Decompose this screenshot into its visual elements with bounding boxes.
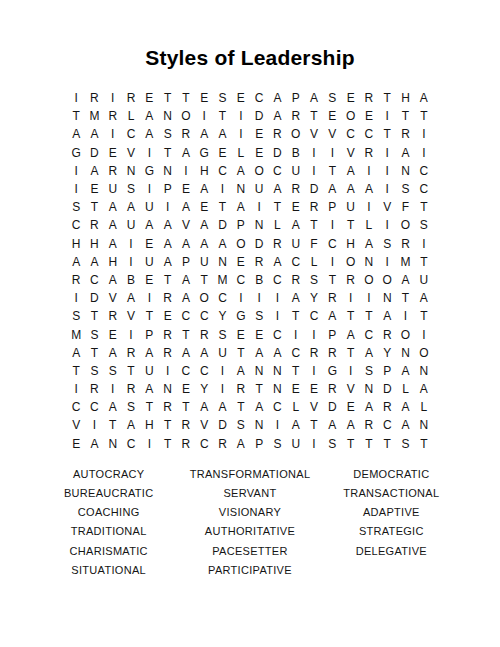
grid-cell-r11c2[interactable]: C	[85, 271, 103, 289]
grid-cell-r17c9[interactable]: I	[213, 380, 231, 398]
grid-cell-r13c13[interactable]: T	[287, 307, 305, 325]
grid-cell-r18c6[interactable]: R	[158, 398, 176, 416]
grid-cell-r13c8[interactable]: C	[195, 307, 213, 325]
grid-cell-r7c14[interactable]: R	[305, 198, 323, 216]
grid-cell-r13c20[interactable]: T	[415, 307, 433, 325]
grid-cell-r8c9[interactable]: D	[213, 216, 231, 234]
grid-cell-r15c20[interactable]: O	[415, 344, 433, 362]
grid-cell-r11c10[interactable]: C	[232, 271, 250, 289]
grid-cell-r11c4[interactable]: B	[122, 271, 140, 289]
grid-cell-r2c20[interactable]: T	[415, 107, 433, 125]
grid-cell-r10c12[interactable]: A	[268, 253, 286, 271]
grid-cell-r12c16[interactable]: I	[341, 289, 359, 307]
grid-cell-r19c5[interactable]: H	[140, 416, 158, 434]
grid-cell-r9c1[interactable]: H	[67, 235, 85, 253]
grid-cell-r8c20[interactable]: S	[415, 216, 433, 234]
grid-cell-r19c17[interactable]: R	[360, 416, 378, 434]
grid-cell-r14c1[interactable]: M	[67, 325, 85, 343]
grid-cell-r19c3[interactable]: T	[104, 416, 122, 434]
grid-cell-r16c6[interactable]: I	[158, 362, 176, 380]
grid-cell-r4c14[interactable]: I	[305, 144, 323, 162]
grid-cell-r16c9[interactable]: I	[213, 362, 231, 380]
grid-cell-r18c17[interactable]: A	[360, 398, 378, 416]
grid-cell-r5c13[interactable]: U	[287, 162, 305, 180]
grid-cell-r16c5[interactable]: U	[140, 362, 158, 380]
grid-cell-r8c7[interactable]: V	[177, 216, 195, 234]
grid-cell-r13c14[interactable]: C	[305, 307, 323, 325]
grid-cell-r14c15[interactable]: P	[323, 325, 341, 343]
grid-cell-r3c6[interactable]: S	[158, 125, 176, 143]
grid-cell-r3c14[interactable]: V	[305, 125, 323, 143]
grid-cell-r4c2[interactable]: D	[85, 144, 103, 162]
grid-cell-r6c2[interactable]: E	[85, 180, 103, 198]
grid-cell-r15c6[interactable]: R	[158, 344, 176, 362]
grid-cell-r4c17[interactable]: R	[360, 144, 378, 162]
grid-cell-r7c15[interactable]: P	[323, 198, 341, 216]
grid-cell-r5c14[interactable]: I	[305, 162, 323, 180]
grid-cell-r13c11[interactable]: S	[250, 307, 268, 325]
grid-cell-r18c8[interactable]: A	[195, 398, 213, 416]
grid-cell-r3c18[interactable]: T	[378, 125, 396, 143]
grid-cell-r14c3[interactable]: E	[104, 325, 122, 343]
grid-cell-r10c3[interactable]: H	[104, 253, 122, 271]
grid-cell-r15c19[interactable]: N	[396, 344, 414, 362]
grid-cell-r5c8[interactable]: H	[195, 162, 213, 180]
grid-cell-r12c2[interactable]: D	[85, 289, 103, 307]
grid-cell-r17c18[interactable]: D	[378, 380, 396, 398]
grid-cell-r6c7[interactable]: E	[177, 180, 195, 198]
grid-cell-r13c2[interactable]: T	[85, 307, 103, 325]
grid-cell-r16c19[interactable]: A	[396, 362, 414, 380]
grid-cell-r6c9[interactable]: I	[213, 180, 231, 198]
grid-cell-r9c9[interactable]: A	[213, 235, 231, 253]
grid-cell-r2c16[interactable]: O	[341, 107, 359, 125]
grid-cell-r18c11[interactable]: A	[250, 398, 268, 416]
grid-cell-r3c17[interactable]: C	[360, 125, 378, 143]
grid-cell-r13c1[interactable]: S	[67, 307, 85, 325]
grid-cell-r14c16[interactable]: A	[341, 325, 359, 343]
grid-cell-r8c5[interactable]: A	[140, 216, 158, 234]
grid-cell-r16c8[interactable]: C	[195, 362, 213, 380]
grid-cell-r10c17[interactable]: N	[360, 253, 378, 271]
grid-cell-r7c2[interactable]: T	[85, 198, 103, 216]
grid-cell-r7c1[interactable]: S	[67, 198, 85, 216]
grid-cell-r16c1[interactable]: T	[67, 362, 85, 380]
grid-cell-r4c4[interactable]: V	[122, 144, 140, 162]
grid-cell-r14c18[interactable]: R	[378, 325, 396, 343]
grid-cell-r5c11[interactable]: O	[250, 162, 268, 180]
grid-cell-r15c15[interactable]: R	[323, 344, 341, 362]
grid-cell-r14c7[interactable]: T	[177, 325, 195, 343]
grid-cell-r3c13[interactable]: O	[287, 125, 305, 143]
grid-cell-r20c13[interactable]: U	[287, 435, 305, 453]
grid-cell-r1c7[interactable]: T	[177, 89, 195, 107]
grid-cell-r11c8[interactable]: T	[195, 271, 213, 289]
grid-cell-r8c15[interactable]: I	[323, 216, 341, 234]
grid-cell-r10c7[interactable]: P	[177, 253, 195, 271]
grid-cell-r13c10[interactable]: G	[232, 307, 250, 325]
grid-cell-r10c10[interactable]: E	[232, 253, 250, 271]
grid-cell-r11c14[interactable]: S	[305, 271, 323, 289]
grid-cell-r16c17[interactable]: S	[360, 362, 378, 380]
grid-cell-r1c12[interactable]: A	[268, 89, 286, 107]
grid-cell-r12c17[interactable]: I	[360, 289, 378, 307]
grid-cell-r20c4[interactable]: C	[122, 435, 140, 453]
grid-cell-r18c3[interactable]: A	[104, 398, 122, 416]
grid-cell-r11c5[interactable]: E	[140, 271, 158, 289]
grid-cell-r14c2[interactable]: S	[85, 325, 103, 343]
grid-cell-r12c20[interactable]: A	[415, 289, 433, 307]
grid-cell-r2c12[interactable]: A	[268, 107, 286, 125]
grid-cell-r17c2[interactable]: R	[85, 380, 103, 398]
grid-cell-r6c10[interactable]: N	[232, 180, 250, 198]
grid-cell-r16c10[interactable]: A	[232, 362, 250, 380]
grid-cell-r4c15[interactable]: I	[323, 144, 341, 162]
grid-cell-r4c5[interactable]: I	[140, 144, 158, 162]
grid-cell-r13c12[interactable]: I	[268, 307, 286, 325]
grid-cell-r4c11[interactable]: E	[250, 144, 268, 162]
grid-cell-r9c3[interactable]: A	[104, 235, 122, 253]
grid-cell-r14c13[interactable]: I	[287, 325, 305, 343]
grid-cell-r12c4[interactable]: A	[122, 289, 140, 307]
grid-cell-r15c11[interactable]: A	[250, 344, 268, 362]
grid-cell-r15c10[interactable]: T	[232, 344, 250, 362]
grid-cell-r19c8[interactable]: V	[195, 416, 213, 434]
grid-cell-r9c11[interactable]: D	[250, 235, 268, 253]
grid-cell-r7c5[interactable]: U	[140, 198, 158, 216]
grid-cell-r2c5[interactable]: A	[140, 107, 158, 125]
grid-cell-r12c11[interactable]: I	[250, 289, 268, 307]
grid-cell-r8c16[interactable]: T	[341, 216, 359, 234]
grid-cell-r18c9[interactable]: A	[213, 398, 231, 416]
grid-cell-r12c3[interactable]: V	[104, 289, 122, 307]
grid-cell-r11c18[interactable]: O	[378, 271, 396, 289]
grid-cell-r20c16[interactable]: T	[341, 435, 359, 453]
grid-cell-r19c1[interactable]: V	[67, 416, 85, 434]
grid-cell-r10c14[interactable]: L	[305, 253, 323, 271]
grid-cell-r11c7[interactable]: A	[177, 271, 195, 289]
grid-cell-r13c7[interactable]: C	[177, 307, 195, 325]
grid-cell-r11c20[interactable]: U	[415, 271, 433, 289]
grid-cell-r13c5[interactable]: T	[140, 307, 158, 325]
grid-cell-r2c1[interactable]: T	[67, 107, 85, 125]
grid-cell-r11c15[interactable]: T	[323, 271, 341, 289]
grid-cell-r1c4[interactable]: R	[122, 89, 140, 107]
grid-cell-r19c12[interactable]: I	[268, 416, 286, 434]
grid-cell-r19c6[interactable]: T	[158, 416, 176, 434]
grid-cell-r4c12[interactable]: D	[268, 144, 286, 162]
grid-cell-r6c11[interactable]: U	[250, 180, 268, 198]
grid-cell-r13c16[interactable]: T	[341, 307, 359, 325]
grid-cell-r1c3[interactable]: I	[104, 89, 122, 107]
grid-cell-r18c4[interactable]: S	[122, 398, 140, 416]
grid-cell-r20c12[interactable]: S	[268, 435, 286, 453]
grid-cell-r11c12[interactable]: C	[268, 271, 286, 289]
grid-cell-r15c9[interactable]: U	[213, 344, 231, 362]
grid-cell-r13c9[interactable]: Y	[213, 307, 231, 325]
grid-cell-r7c10[interactable]: A	[232, 198, 250, 216]
grid-cell-r17c4[interactable]: R	[122, 380, 140, 398]
grid-cell-r8c8[interactable]: A	[195, 216, 213, 234]
grid-cell-r18c15[interactable]: D	[323, 398, 341, 416]
grid-cell-r17c20[interactable]: A	[415, 380, 433, 398]
grid-cell-r10c20[interactable]: T	[415, 253, 433, 271]
grid-cell-r19c11[interactable]: N	[250, 416, 268, 434]
grid-cell-r6c14[interactable]: D	[305, 180, 323, 198]
grid-cell-r14c12[interactable]: C	[268, 325, 286, 343]
grid-cell-r3c20[interactable]: I	[415, 125, 433, 143]
grid-cell-r6c18[interactable]: I	[378, 180, 396, 198]
grid-cell-r9c4[interactable]: I	[122, 235, 140, 253]
grid-cell-r1c1[interactable]: I	[67, 89, 85, 107]
grid-cell-r2c9[interactable]: T	[213, 107, 231, 125]
grid-cell-r12c12[interactable]: I	[268, 289, 286, 307]
grid-cell-r9c5[interactable]: E	[140, 235, 158, 253]
grid-cell-r14c19[interactable]: O	[396, 325, 414, 343]
grid-cell-r7c18[interactable]: V	[378, 198, 396, 216]
grid-cell-r7c4[interactable]: A	[122, 198, 140, 216]
grid-cell-r18c13[interactable]: L	[287, 398, 305, 416]
grid-cell-r3c1[interactable]: A	[67, 125, 85, 143]
grid-cell-r12c1[interactable]: I	[67, 289, 85, 307]
grid-cell-r16c3[interactable]: S	[104, 362, 122, 380]
grid-cell-r3c7[interactable]: R	[177, 125, 195, 143]
grid-cell-r2c11[interactable]: D	[250, 107, 268, 125]
grid-cell-r8c3[interactable]: A	[104, 216, 122, 234]
grid-cell-r16c15[interactable]: G	[323, 362, 341, 380]
grid-cell-r6c4[interactable]: S	[122, 180, 140, 198]
grid-cell-r1c2[interactable]: R	[85, 89, 103, 107]
grid-cell-r17c3[interactable]: I	[104, 380, 122, 398]
grid-cell-r12c15[interactable]: R	[323, 289, 341, 307]
grid-cell-r7c6[interactable]: I	[158, 198, 176, 216]
grid-cell-r3c3[interactable]: I	[104, 125, 122, 143]
grid-cell-r13c6[interactable]: E	[158, 307, 176, 325]
grid-cell-r6c12[interactable]: A	[268, 180, 286, 198]
grid-cell-r15c4[interactable]: R	[122, 344, 140, 362]
grid-cell-r7c8[interactable]: E	[195, 198, 213, 216]
grid-cell-r13c15[interactable]: A	[323, 307, 341, 325]
grid-cell-r9c15[interactable]: C	[323, 235, 341, 253]
grid-cell-r18c20[interactable]: L	[415, 398, 433, 416]
grid-cell-r18c18[interactable]: R	[378, 398, 396, 416]
grid-cell-r1c11[interactable]: C	[250, 89, 268, 107]
grid-cell-r20c8[interactable]: C	[195, 435, 213, 453]
grid-cell-r19c18[interactable]: C	[378, 416, 396, 434]
grid-cell-r19c15[interactable]: A	[323, 416, 341, 434]
grid-cell-r13c17[interactable]: T	[360, 307, 378, 325]
grid-cell-r11c9[interactable]: M	[213, 271, 231, 289]
grid-cell-r8c4[interactable]: U	[122, 216, 140, 234]
grid-cell-r15c7[interactable]: A	[177, 344, 195, 362]
grid-cell-r6c15[interactable]: A	[323, 180, 341, 198]
grid-cell-r1c5[interactable]: E	[140, 89, 158, 107]
grid-cell-r16c2[interactable]: S	[85, 362, 103, 380]
grid-cell-r2c10[interactable]: I	[232, 107, 250, 125]
grid-cell-r16c11[interactable]: N	[250, 362, 268, 380]
grid-cell-r20c9[interactable]: R	[213, 435, 231, 453]
grid-cell-r12c9[interactable]: C	[213, 289, 231, 307]
grid-cell-r5c20[interactable]: C	[415, 162, 433, 180]
grid-cell-r1c17[interactable]: R	[360, 89, 378, 107]
grid-cell-r5c10[interactable]: A	[232, 162, 250, 180]
grid-cell-r13c3[interactable]: R	[104, 307, 122, 325]
grid-cell-r2c7[interactable]: O	[177, 107, 195, 125]
grid-cell-r18c7[interactable]: T	[177, 398, 195, 416]
grid-cell-r18c5[interactable]: T	[140, 398, 158, 416]
grid-cell-r7c3[interactable]: A	[104, 198, 122, 216]
grid-cell-r15c8[interactable]: A	[195, 344, 213, 362]
grid-cell-r9c7[interactable]: A	[177, 235, 195, 253]
grid-cell-r15c12[interactable]: A	[268, 344, 286, 362]
grid-cell-r19c20[interactable]: N	[415, 416, 433, 434]
grid-cell-r1c15[interactable]: S	[323, 89, 341, 107]
grid-cell-r20c14[interactable]: I	[305, 435, 323, 453]
grid-cell-r2c6[interactable]: N	[158, 107, 176, 125]
grid-cell-r5c18[interactable]: I	[378, 162, 396, 180]
grid-cell-r15c18[interactable]: Y	[378, 344, 396, 362]
grid-cell-r12c10[interactable]: I	[232, 289, 250, 307]
grid-cell-r9c18[interactable]: S	[378, 235, 396, 253]
grid-cell-r16c20[interactable]: N	[415, 362, 433, 380]
grid-cell-r17c6[interactable]: N	[158, 380, 176, 398]
grid-cell-r10c19[interactable]: M	[396, 253, 414, 271]
grid-cell-r5c1[interactable]: I	[67, 162, 85, 180]
grid-cell-r5c3[interactable]: R	[104, 162, 122, 180]
grid-cell-r4c20[interactable]: I	[415, 144, 433, 162]
grid-cell-r6c6[interactable]: P	[158, 180, 176, 198]
grid-cell-r10c1[interactable]: A	[67, 253, 85, 271]
grid-cell-r15c13[interactable]: C	[287, 344, 305, 362]
grid-cell-r18c16[interactable]: E	[341, 398, 359, 416]
grid-cell-r14c5[interactable]: P	[140, 325, 158, 343]
grid-cell-r5c6[interactable]: N	[158, 162, 176, 180]
grid-cell-r8c12[interactable]: L	[268, 216, 286, 234]
grid-cell-r20c19[interactable]: S	[396, 435, 414, 453]
grid-cell-r16c12[interactable]: N	[268, 362, 286, 380]
grid-cell-r13c4[interactable]: V	[122, 307, 140, 325]
grid-cell-r8c2[interactable]: R	[85, 216, 103, 234]
grid-cell-r20c3[interactable]: N	[104, 435, 122, 453]
grid-cell-r7c17[interactable]: I	[360, 198, 378, 216]
grid-cell-r3c2[interactable]: A	[85, 125, 103, 143]
grid-cell-r16c14[interactable]: I	[305, 362, 323, 380]
grid-cell-r6c16[interactable]: A	[341, 180, 359, 198]
grid-cell-r9c14[interactable]: F	[305, 235, 323, 253]
grid-cell-r17c10[interactable]: R	[232, 380, 250, 398]
grid-cell-r9c12[interactable]: R	[268, 235, 286, 253]
grid-cell-r9c17[interactable]: A	[360, 235, 378, 253]
grid-cell-r20c2[interactable]: A	[85, 435, 103, 453]
grid-cell-r13c18[interactable]: A	[378, 307, 396, 325]
grid-cell-r6c5[interactable]: I	[140, 180, 158, 198]
grid-cell-r2c14[interactable]: T	[305, 107, 323, 125]
grid-cell-r9c20[interactable]: I	[415, 235, 433, 253]
grid-cell-r14c17[interactable]: C	[360, 325, 378, 343]
grid-cell-r4c18[interactable]: I	[378, 144, 396, 162]
grid-cell-r1c10[interactable]: E	[232, 89, 250, 107]
grid-cell-r15c17[interactable]: A	[360, 344, 378, 362]
grid-cell-r11c17[interactable]: O	[360, 271, 378, 289]
grid-cell-r6c8[interactable]: A	[195, 180, 213, 198]
grid-cell-r16c7[interactable]: C	[177, 362, 195, 380]
grid-cell-r3c11[interactable]: E	[250, 125, 268, 143]
grid-cell-r16c16[interactable]: I	[341, 362, 359, 380]
grid-cell-r14c11[interactable]: E	[250, 325, 268, 343]
grid-cell-r7c16[interactable]: U	[341, 198, 359, 216]
grid-cell-r10c15[interactable]: I	[323, 253, 341, 271]
grid-cell-r8c1[interactable]: C	[67, 216, 85, 234]
grid-cell-r2c19[interactable]: T	[396, 107, 414, 125]
grid-cell-r15c14[interactable]: R	[305, 344, 323, 362]
grid-cell-r17c17[interactable]: N	[360, 380, 378, 398]
grid-cell-r8c19[interactable]: O	[396, 216, 414, 234]
grid-cell-r20c18[interactable]: T	[378, 435, 396, 453]
grid-cell-r2c13[interactable]: R	[287, 107, 305, 125]
grid-cell-r8c18[interactable]: I	[378, 216, 396, 234]
grid-cell-r15c5[interactable]: A	[140, 344, 158, 362]
grid-cell-r3c4[interactable]: C	[122, 125, 140, 143]
grid-cell-r5c15[interactable]: T	[323, 162, 341, 180]
grid-cell-r12c19[interactable]: T	[396, 289, 414, 307]
grid-cell-r1c13[interactable]: P	[287, 89, 305, 107]
grid-cell-r10c5[interactable]: U	[140, 253, 158, 271]
grid-cell-r17c7[interactable]: E	[177, 380, 195, 398]
grid-cell-r5c19[interactable]: N	[396, 162, 414, 180]
grid-cell-r19c2[interactable]: I	[85, 416, 103, 434]
grid-cell-r20c17[interactable]: T	[360, 435, 378, 453]
grid-cell-r20c7[interactable]: R	[177, 435, 195, 453]
grid-cell-r1c18[interactable]: T	[378, 89, 396, 107]
grid-cell-r11c19[interactable]: A	[396, 271, 414, 289]
grid-cell-r12c8[interactable]: O	[195, 289, 213, 307]
grid-cell-r4c9[interactable]: E	[213, 144, 231, 162]
grid-cell-r17c8[interactable]: Y	[195, 380, 213, 398]
grid-cell-r18c2[interactable]: C	[85, 398, 103, 416]
grid-cell-r6c1[interactable]: I	[67, 180, 85, 198]
grid-cell-r2c15[interactable]: E	[323, 107, 341, 125]
grid-cell-r4c19[interactable]: A	[396, 144, 414, 162]
grid-cell-r8c10[interactable]: P	[232, 216, 250, 234]
grid-cell-r5c4[interactable]: N	[122, 162, 140, 180]
grid-cell-r20c6[interactable]: T	[158, 435, 176, 453]
grid-cell-r19c19[interactable]: A	[396, 416, 414, 434]
grid-cell-r14c14[interactable]: I	[305, 325, 323, 343]
grid-cell-r19c4[interactable]: A	[122, 416, 140, 434]
grid-cell-r16c4[interactable]: T	[122, 362, 140, 380]
grid-cell-r14c20[interactable]: I	[415, 325, 433, 343]
grid-cell-r9c2[interactable]: H	[85, 235, 103, 253]
grid-cell-r14c10[interactable]: E	[232, 325, 250, 343]
grid-cell-r1c9[interactable]: S	[213, 89, 231, 107]
grid-cell-r8c13[interactable]: A	[287, 216, 305, 234]
grid-cell-r4c8[interactable]: G	[195, 144, 213, 162]
grid-cell-r1c19[interactable]: H	[396, 89, 414, 107]
grid-cell-r5c7[interactable]: I	[177, 162, 195, 180]
grid-cell-r10c16[interactable]: O	[341, 253, 359, 271]
grid-cell-r12c6[interactable]: R	[158, 289, 176, 307]
grid-cell-r14c4[interactable]: I	[122, 325, 140, 343]
grid-cell-r1c14[interactable]: A	[305, 89, 323, 107]
grid-cell-r11c3[interactable]: A	[104, 271, 122, 289]
grid-cell-r18c14[interactable]: V	[305, 398, 323, 416]
grid-cell-r15c1[interactable]: A	[67, 344, 85, 362]
grid-cell-r17c15[interactable]: R	[323, 380, 341, 398]
grid-cell-r11c11[interactable]: B	[250, 271, 268, 289]
grid-cell-r20c15[interactable]: S	[323, 435, 341, 453]
grid-cell-r6c20[interactable]: C	[415, 180, 433, 198]
grid-cell-r6c3[interactable]: U	[104, 180, 122, 198]
